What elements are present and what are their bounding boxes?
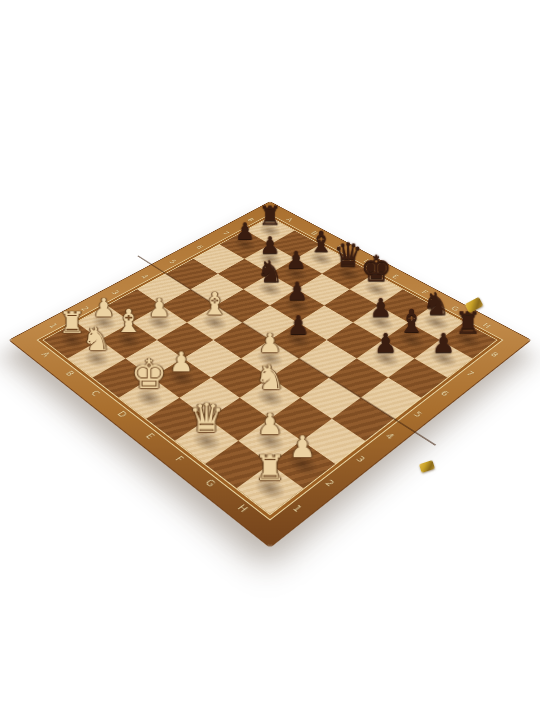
rank-label-7-right: 7 (452, 361, 489, 387)
white-knight-b1[interactable]: ♞ (82, 320, 111, 359)
square-c4[interactable]: ♝ (187, 306, 242, 340)
black-bishop-g7[interactable]: ♝ (397, 302, 426, 340)
white-pawn-e4[interactable]: ♟ (258, 328, 282, 359)
white-bishop-b2[interactable]: ♝ (114, 302, 143, 340)
white-pawn-h2[interactable]: ♟ (289, 430, 316, 464)
square-b1[interactable]: ♞ (68, 340, 126, 378)
white-knight-f3[interactable]: ♞ (255, 357, 286, 398)
square-h7[interactable]: ♟ (415, 340, 473, 378)
white-king-d1[interactable]: ♚ (131, 351, 167, 398)
brass-clasp-icon (419, 460, 435, 473)
black-pawn-h7[interactable]: ♟ (432, 328, 456, 359)
black-pawn-e5[interactable]: ♟ (287, 310, 310, 340)
black-pawn-f7[interactable]: ♟ (369, 293, 392, 322)
square-h5[interactable] (361, 378, 421, 419)
chessboard-frame: ♜♝♛♚♞♜♟♟♟♟♝♟♞♟♟♟♝♟♟♞♟♝♟♟♟♜♞♚♛♜ AA11BB22C… (10, 202, 530, 547)
black-pawn-c7[interactable]: ♟ (285, 246, 306, 274)
black-pawn-d6[interactable]: ♟ (286, 277, 308, 306)
white-bishop-c4[interactable]: ♝ (201, 285, 229, 322)
white-rook-h1[interactable]: ♜ (254, 447, 286, 488)
white-pawn-b3[interactable]: ♟ (148, 293, 171, 322)
white-queen-f1[interactable]: ♛ (189, 395, 225, 441)
square-g4[interactable] (300, 378, 360, 419)
white-pawn-d2[interactable]: ♟ (169, 346, 193, 377)
black-pawn-g6[interactable]: ♟ (374, 328, 398, 359)
white-pawn-g2[interactable]: ♟ (257, 407, 283, 441)
black-knight-c6[interactable]: ♞ (257, 254, 284, 290)
